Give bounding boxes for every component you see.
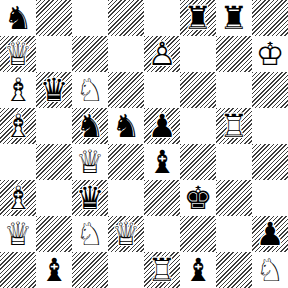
piece-white-knight-c6: ♞♘ (72, 72, 108, 108)
piece-glyph: ♕ (76, 146, 105, 178)
piece-white-bishop-a6: ♝♗ (0, 72, 36, 108)
piece-black-pawn-e5: ♟♟ (144, 108, 180, 144)
piece-glyph: ♘ (76, 74, 105, 106)
piece-white-rook-g5: ♜♖ (216, 108, 252, 144)
square-f2[interactable] (180, 216, 216, 252)
chess-board: ♞♞♜♜♜♜♛♕♟♙♚♔♝♗♛♛♞♘♝♗♞♞♞♞♟♟♜♖♛♕♝♝♝♗♛♛♚♚♛♕… (0, 0, 288, 288)
square-f1[interactable]: ♝♝ (180, 252, 216, 288)
piece-white-queen-a7: ♛♕ (0, 36, 36, 72)
piece-glyph: ♖ (148, 254, 177, 286)
square-b5[interactable] (36, 108, 72, 144)
square-d1[interactable] (108, 252, 144, 288)
square-c4[interactable]: ♛♕ (72, 144, 108, 180)
piece-black-king-f3: ♚♚ (180, 180, 216, 216)
piece-glyph: ♕ (4, 38, 33, 70)
square-f8[interactable]: ♜♜ (180, 0, 216, 36)
square-e5[interactable]: ♟♟ (144, 108, 180, 144)
square-g6[interactable] (216, 72, 252, 108)
square-a4[interactable] (0, 144, 36, 180)
piece-glyph: ♕ (4, 218, 33, 250)
piece-white-queen-a2: ♛♕ (0, 216, 36, 252)
square-e8[interactable] (144, 0, 180, 36)
square-g4[interactable] (216, 144, 252, 180)
piece-black-rook-g8: ♜♜ (216, 0, 252, 36)
piece-glyph: ♗ (4, 74, 33, 106)
piece-white-queen-d2: ♛♕ (108, 216, 144, 252)
piece-black-queen-c3: ♛♛ (72, 180, 108, 216)
piece-glyph: ♕ (112, 218, 141, 250)
piece-glyph: ♛ (40, 74, 69, 106)
square-f3[interactable]: ♚♚ (180, 180, 216, 216)
square-e3[interactable] (144, 180, 180, 216)
piece-white-bishop-a3: ♝♗ (0, 180, 36, 216)
square-b1[interactable]: ♝♝ (36, 252, 72, 288)
square-e2[interactable] (144, 216, 180, 252)
square-h1[interactable]: ♞♘ (252, 252, 288, 288)
piece-glyph: ♘ (256, 254, 285, 286)
piece-glyph: ♚ (184, 182, 213, 214)
square-b6[interactable]: ♛♛ (36, 72, 72, 108)
piece-white-king-h7: ♚♔ (252, 36, 288, 72)
square-e6[interactable] (144, 72, 180, 108)
square-h6[interactable] (252, 72, 288, 108)
piece-glyph: ♞ (76, 110, 105, 142)
square-d3[interactable] (108, 180, 144, 216)
square-d4[interactable] (108, 144, 144, 180)
piece-black-rook-f8: ♜♜ (180, 0, 216, 36)
square-a7[interactable]: ♛♕ (0, 36, 36, 72)
piece-glyph: ♜ (220, 2, 249, 34)
square-h3[interactable] (252, 180, 288, 216)
square-e1[interactable]: ♜♖ (144, 252, 180, 288)
piece-glyph: ♞ (112, 110, 141, 142)
square-d7[interactable] (108, 36, 144, 72)
square-a5[interactable]: ♝♗ (0, 108, 36, 144)
piece-glyph: ♟ (256, 218, 285, 250)
piece-black-knight-a8: ♞♞ (0, 0, 36, 36)
piece-glyph: ♔ (256, 38, 285, 70)
piece-glyph: ♙ (148, 38, 177, 70)
square-g1[interactable] (216, 252, 252, 288)
square-b8[interactable] (36, 0, 72, 36)
square-g8[interactable]: ♜♜ (216, 0, 252, 36)
square-h2[interactable]: ♟♟ (252, 216, 288, 252)
square-c5[interactable]: ♞♞ (72, 108, 108, 144)
square-g2[interactable] (216, 216, 252, 252)
square-b4[interactable] (36, 144, 72, 180)
square-d5[interactable]: ♞♞ (108, 108, 144, 144)
piece-black-knight-d5: ♞♞ (108, 108, 144, 144)
piece-glyph: ♜ (184, 2, 213, 34)
square-g3[interactable] (216, 180, 252, 216)
square-d2[interactable]: ♛♕ (108, 216, 144, 252)
piece-black-bishop-b1: ♝♝ (36, 252, 72, 288)
square-c3[interactable]: ♛♛ (72, 180, 108, 216)
square-a6[interactable]: ♝♗ (0, 72, 36, 108)
piece-glyph: ♞ (4, 2, 33, 34)
square-a8[interactable]: ♞♞ (0, 0, 36, 36)
piece-glyph: ♝ (184, 254, 213, 286)
square-g7[interactable] (216, 36, 252, 72)
square-c7[interactable] (72, 36, 108, 72)
square-c8[interactable] (72, 0, 108, 36)
piece-glyph: ♗ (4, 182, 33, 214)
piece-white-bishop-a5: ♝♗ (0, 108, 36, 144)
square-g5[interactable]: ♜♖ (216, 108, 252, 144)
piece-glyph: ♗ (4, 110, 33, 142)
square-c1[interactable] (72, 252, 108, 288)
square-b3[interactable] (36, 180, 72, 216)
piece-glyph: ♝ (148, 146, 177, 178)
piece-white-rook-e1: ♜♖ (144, 252, 180, 288)
piece-glyph: ♟ (148, 110, 177, 142)
piece-black-bishop-f1: ♝♝ (180, 252, 216, 288)
piece-black-bishop-e4: ♝♝ (144, 144, 180, 180)
piece-white-pawn-e7: ♟♙ (144, 36, 180, 72)
piece-glyph: ♝ (40, 254, 69, 286)
piece-glyph: ♛ (76, 182, 105, 214)
piece-black-queen-b6: ♛♛ (36, 72, 72, 108)
piece-white-queen-c4: ♛♕ (72, 144, 108, 180)
square-c6[interactable]: ♞♘ (72, 72, 108, 108)
piece-glyph: ♖ (220, 110, 249, 142)
piece-white-knight-c2: ♞♘ (72, 216, 108, 252)
square-e4[interactable]: ♝♝ (144, 144, 180, 180)
square-b7[interactable] (36, 36, 72, 72)
square-f4[interactable] (180, 144, 216, 180)
square-h7[interactable]: ♚♔ (252, 36, 288, 72)
piece-glyph: ♘ (76, 218, 105, 250)
square-b2[interactable] (36, 216, 72, 252)
square-a2[interactable]: ♛♕ (0, 216, 36, 252)
square-d6[interactable] (108, 72, 144, 108)
piece-white-knight-h1: ♞♘ (252, 252, 288, 288)
piece-black-knight-c5: ♞♞ (72, 108, 108, 144)
square-f5[interactable] (180, 108, 216, 144)
square-f6[interactable] (180, 72, 216, 108)
square-a1[interactable] (0, 252, 36, 288)
square-f7[interactable] (180, 36, 216, 72)
square-h8[interactable] (252, 0, 288, 36)
square-a3[interactable]: ♝♗ (0, 180, 36, 216)
square-e7[interactable]: ♟♙ (144, 36, 180, 72)
square-d8[interactable] (108, 0, 144, 36)
square-h5[interactable] (252, 108, 288, 144)
square-c2[interactable]: ♞♘ (72, 216, 108, 252)
piece-black-pawn-h2: ♟♟ (252, 216, 288, 252)
square-h4[interactable] (252, 144, 288, 180)
